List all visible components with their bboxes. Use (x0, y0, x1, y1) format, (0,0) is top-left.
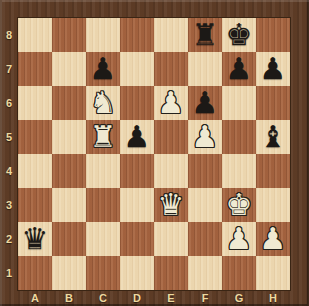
piece-black-king[interactable]: ♚ (222, 18, 256, 52)
square-b3[interactable] (52, 188, 86, 222)
file-label-e: E (154, 290, 188, 306)
square-b7[interactable] (52, 52, 86, 86)
piece-black-pawn[interactable]: ♟ (120, 120, 154, 154)
rank-label-5: 5 (0, 120, 18, 154)
piece-white-knight[interactable]: ♞ (86, 86, 120, 120)
square-f3[interactable] (188, 188, 222, 222)
piece-black-pawn[interactable]: ♟ (86, 52, 120, 86)
square-c7[interactable]: ♟ (86, 52, 120, 86)
square-d4[interactable] (120, 154, 154, 188)
square-d7[interactable] (120, 52, 154, 86)
rank-label-4: 4 (0, 154, 18, 188)
square-f8[interactable]: ♜ (188, 18, 222, 52)
square-a3[interactable] (18, 188, 52, 222)
square-b5[interactable] (52, 120, 86, 154)
file-label-h: H (256, 290, 290, 306)
file-label-g: G (222, 290, 256, 306)
square-a4[interactable] (18, 154, 52, 188)
square-g7[interactable]: ♟ (222, 52, 256, 86)
square-c8[interactable] (86, 18, 120, 52)
square-g8[interactable]: ♚ (222, 18, 256, 52)
board: ♜♚♟♟♟♞♟♟♜♟♟♝♛♚♛♟♟ (18, 18, 290, 290)
square-e2[interactable] (154, 222, 188, 256)
square-h3[interactable] (256, 188, 290, 222)
square-f2[interactable] (188, 222, 222, 256)
square-b2[interactable] (52, 222, 86, 256)
square-f6[interactable]: ♟ (188, 86, 222, 120)
piece-black-rook[interactable]: ♜ (188, 18, 222, 52)
square-c6[interactable]: ♞ (86, 86, 120, 120)
square-b8[interactable] (52, 18, 86, 52)
square-h7[interactable]: ♟ (256, 52, 290, 86)
square-g4[interactable] (222, 154, 256, 188)
rank-label-2: 2 (0, 222, 18, 256)
square-e4[interactable] (154, 154, 188, 188)
square-h6[interactable] (256, 86, 290, 120)
file-label-b: B (52, 290, 86, 306)
square-h8[interactable] (256, 18, 290, 52)
square-d1[interactable] (120, 256, 154, 290)
square-b1[interactable] (52, 256, 86, 290)
piece-black-bishop[interactable]: ♝ (256, 120, 290, 154)
square-a6[interactable] (18, 86, 52, 120)
square-g5[interactable] (222, 120, 256, 154)
square-d5[interactable]: ♟ (120, 120, 154, 154)
piece-black-pawn[interactable]: ♟ (256, 52, 290, 86)
square-f5[interactable]: ♟ (188, 120, 222, 154)
piece-white-king[interactable]: ♚ (222, 188, 256, 222)
rank-label-1: 1 (0, 256, 18, 290)
square-d8[interactable] (120, 18, 154, 52)
chess-board-frame: 87654321 ♜♚♟♟♟♞♟♟♜♟♟♝♛♚♛♟♟ ABCDEFGH (0, 0, 309, 306)
square-f4[interactable] (188, 154, 222, 188)
square-h5[interactable]: ♝ (256, 120, 290, 154)
piece-black-queen[interactable]: ♛ (18, 222, 52, 256)
piece-black-pawn[interactable]: ♟ (188, 86, 222, 120)
square-f7[interactable] (188, 52, 222, 86)
rank-label-6: 6 (0, 86, 18, 120)
file-label-d: D (120, 290, 154, 306)
square-a2[interactable]: ♛ (18, 222, 52, 256)
square-e1[interactable] (154, 256, 188, 290)
square-h2[interactable]: ♟ (256, 222, 290, 256)
square-g6[interactable] (222, 86, 256, 120)
square-d6[interactable] (120, 86, 154, 120)
piece-white-pawn[interactable]: ♟ (188, 120, 222, 154)
square-e8[interactable] (154, 18, 188, 52)
rank-label-8: 8 (0, 18, 18, 52)
piece-white-pawn[interactable]: ♟ (154, 86, 188, 120)
square-e5[interactable] (154, 120, 188, 154)
file-label-f: F (188, 290, 222, 306)
rank-label-3: 3 (0, 188, 18, 222)
square-b6[interactable] (52, 86, 86, 120)
file-label-a: A (18, 290, 52, 306)
square-g3[interactable]: ♚ (222, 188, 256, 222)
piece-white-queen[interactable]: ♛ (154, 188, 188, 222)
square-b4[interactable] (52, 154, 86, 188)
square-f1[interactable] (188, 256, 222, 290)
square-c2[interactable] (86, 222, 120, 256)
square-c5[interactable]: ♜ (86, 120, 120, 154)
square-d3[interactable] (120, 188, 154, 222)
square-g1[interactable] (222, 256, 256, 290)
square-c3[interactable] (86, 188, 120, 222)
rank-label-7: 7 (0, 52, 18, 86)
piece-white-rook[interactable]: ♜ (86, 120, 120, 154)
piece-white-pawn[interactable]: ♟ (256, 222, 290, 256)
square-g2[interactable]: ♟ (222, 222, 256, 256)
square-h1[interactable] (256, 256, 290, 290)
square-e3[interactable]: ♛ (154, 188, 188, 222)
square-e7[interactable] (154, 52, 188, 86)
square-d2[interactable] (120, 222, 154, 256)
square-a5[interactable] (18, 120, 52, 154)
square-c4[interactable] (86, 154, 120, 188)
square-e6[interactable]: ♟ (154, 86, 188, 120)
square-c1[interactable] (86, 256, 120, 290)
piece-white-pawn[interactable]: ♟ (222, 222, 256, 256)
square-h4[interactable] (256, 154, 290, 188)
square-a7[interactable] (18, 52, 52, 86)
square-a1[interactable] (18, 256, 52, 290)
piece-black-pawn[interactable]: ♟ (222, 52, 256, 86)
square-a8[interactable] (18, 18, 52, 52)
file-label-c: C (86, 290, 120, 306)
